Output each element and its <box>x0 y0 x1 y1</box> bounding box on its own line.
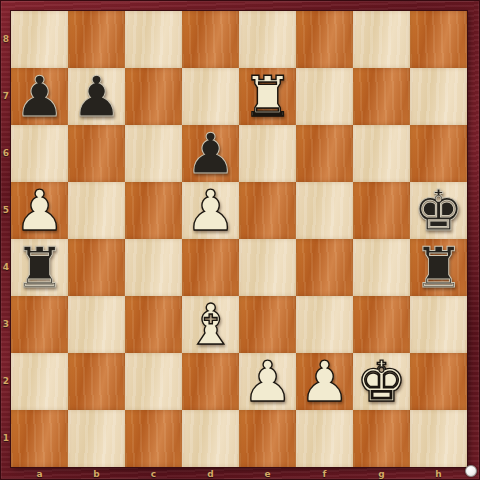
square-f4[interactable] <box>296 239 353 296</box>
square-d8[interactable] <box>182 11 239 68</box>
square-e6[interactable] <box>239 125 296 182</box>
square-e8[interactable] <box>239 11 296 68</box>
white-pawn-a5[interactable]: ♟ <box>11 182 68 239</box>
square-g7[interactable] <box>353 68 410 125</box>
square-f1[interactable] <box>296 410 353 467</box>
square-g1[interactable] <box>353 410 410 467</box>
square-a6[interactable] <box>11 125 68 182</box>
square-g6[interactable] <box>353 125 410 182</box>
file-label-c: c <box>125 467 182 480</box>
square-c4[interactable] <box>125 239 182 296</box>
square-g3[interactable] <box>353 296 410 353</box>
chess-board: ♟♟♜♟♟♟♚♜♜♝♟♟♚ <box>11 11 467 467</box>
rank-label-3: 3 <box>1 296 11 353</box>
square-b5[interactable] <box>68 182 125 239</box>
square-h2[interactable] <box>410 353 467 410</box>
square-a1[interactable] <box>11 410 68 467</box>
square-a5[interactable]: ♟ <box>11 182 68 239</box>
square-d3[interactable]: ♝ <box>182 296 239 353</box>
square-e5[interactable] <box>239 182 296 239</box>
square-h6[interactable] <box>410 125 467 182</box>
black-pawn-b7[interactable]: ♟ <box>68 68 125 125</box>
square-h7[interactable] <box>410 68 467 125</box>
rank-label-7: 7 <box>1 68 11 125</box>
square-b3[interactable] <box>68 296 125 353</box>
square-e1[interactable] <box>239 410 296 467</box>
square-f7[interactable] <box>296 68 353 125</box>
file-label-g: g <box>353 467 410 480</box>
square-c3[interactable] <box>125 296 182 353</box>
file-label-e: e <box>239 467 296 480</box>
board-frame: ♟♟♜♟♟♟♚♜♜♝♟♟♚ 87654321 abcdefgh <box>0 0 480 480</box>
rank-label-5: 5 <box>1 182 11 239</box>
square-h3[interactable] <box>410 296 467 353</box>
black-rook-a4[interactable]: ♜ <box>11 239 68 296</box>
square-c8[interactable] <box>125 11 182 68</box>
square-d6[interactable]: ♟ <box>182 125 239 182</box>
square-h8[interactable] <box>410 11 467 68</box>
rank-label-1: 1 <box>1 410 11 467</box>
square-g8[interactable] <box>353 11 410 68</box>
square-g2[interactable]: ♚ <box>353 353 410 410</box>
square-b1[interactable] <box>68 410 125 467</box>
black-pawn-a7[interactable]: ♟ <box>11 68 68 125</box>
white-to-move-indicator <box>465 465 477 477</box>
square-e3[interactable] <box>239 296 296 353</box>
square-d4[interactable] <box>182 239 239 296</box>
white-king-g2[interactable]: ♚ <box>353 353 410 410</box>
square-e4[interactable] <box>239 239 296 296</box>
rank-label-2: 2 <box>1 353 11 410</box>
square-c5[interactable] <box>125 182 182 239</box>
white-pawn-d5[interactable]: ♟ <box>182 182 239 239</box>
square-c1[interactable] <box>125 410 182 467</box>
square-e7[interactable]: ♜ <box>239 68 296 125</box>
file-label-d: d <box>182 467 239 480</box>
square-a7[interactable]: ♟ <box>11 68 68 125</box>
square-d2[interactable] <box>182 353 239 410</box>
rank-label-6: 6 <box>1 125 11 182</box>
square-a2[interactable] <box>11 353 68 410</box>
square-b8[interactable] <box>68 11 125 68</box>
square-c6[interactable] <box>125 125 182 182</box>
square-f3[interactable] <box>296 296 353 353</box>
square-d7[interactable] <box>182 68 239 125</box>
square-b2[interactable] <box>68 353 125 410</box>
square-c2[interactable] <box>125 353 182 410</box>
file-label-a: a <box>11 467 68 480</box>
white-bishop-d3[interactable]: ♝ <box>182 296 239 353</box>
black-pawn-d6[interactable]: ♟ <box>182 125 239 182</box>
white-pawn-f2[interactable]: ♟ <box>296 353 353 410</box>
square-f6[interactable] <box>296 125 353 182</box>
square-b4[interactable] <box>68 239 125 296</box>
file-label-f: f <box>296 467 353 480</box>
file-label-b: b <box>68 467 125 480</box>
file-label-h: h <box>410 467 467 480</box>
square-d5[interactable]: ♟ <box>182 182 239 239</box>
square-d1[interactable] <box>182 410 239 467</box>
square-f2[interactable]: ♟ <box>296 353 353 410</box>
square-f8[interactable] <box>296 11 353 68</box>
square-b7[interactable]: ♟ <box>68 68 125 125</box>
black-king-h5[interactable]: ♚ <box>410 182 467 239</box>
square-h4[interactable]: ♜ <box>410 239 467 296</box>
square-g4[interactable] <box>353 239 410 296</box>
square-h1[interactable] <box>410 410 467 467</box>
square-g5[interactable] <box>353 182 410 239</box>
rank-label-8: 8 <box>1 11 11 68</box>
square-h5[interactable]: ♚ <box>410 182 467 239</box>
square-b6[interactable] <box>68 125 125 182</box>
square-c7[interactable] <box>125 68 182 125</box>
white-pawn-e2[interactable]: ♟ <box>239 353 296 410</box>
rank-label-4: 4 <box>1 239 11 296</box>
square-a3[interactable] <box>11 296 68 353</box>
square-e2[interactable]: ♟ <box>239 353 296 410</box>
white-rook-e7[interactable]: ♜ <box>239 68 296 125</box>
square-a4[interactable]: ♜ <box>11 239 68 296</box>
square-f5[interactable] <box>296 182 353 239</box>
black-rook-h4[interactable]: ♜ <box>410 239 467 296</box>
square-a8[interactable] <box>11 11 68 68</box>
